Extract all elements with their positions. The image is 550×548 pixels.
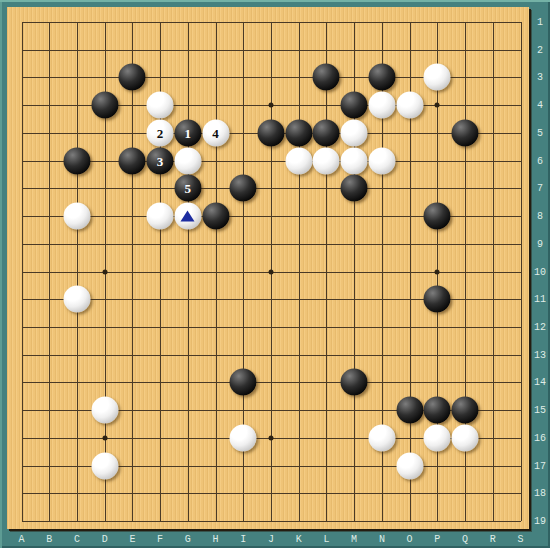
stone-black-P8[interactable] — [424, 203, 451, 230]
stone-white-N6[interactable] — [368, 147, 395, 174]
stone-black-P15[interactable] — [424, 397, 451, 424]
stone-white-F4[interactable] — [147, 92, 174, 119]
stone-white-N4[interactable] — [368, 92, 395, 119]
stone-black-F6[interactable]: 3 — [147, 147, 174, 174]
hoshi-point — [435, 103, 440, 108]
grid-line-horizontal — [22, 521, 521, 522]
stone-black-O15[interactable] — [396, 397, 423, 424]
grid-line-horizontal — [22, 327, 521, 328]
stone-black-I14[interactable] — [230, 369, 257, 396]
hoshi-point — [269, 269, 274, 274]
stone-black-M7[interactable] — [341, 175, 368, 202]
hoshi-point — [269, 103, 274, 108]
move-number-label: 2 — [157, 126, 164, 139]
stone-black-E6[interactable] — [119, 147, 146, 174]
grid-line-horizontal — [22, 493, 521, 494]
stone-white-G8[interactable] — [174, 203, 201, 230]
stone-black-L5[interactable] — [313, 119, 340, 146]
goban[interactable]: 21435 — [0, 0, 550, 548]
grid-line-vertical — [493, 22, 494, 521]
stone-black-Q15[interactable] — [452, 397, 479, 424]
stone-white-O17[interactable] — [396, 452, 423, 479]
stone-black-Q5[interactable] — [452, 119, 479, 146]
stone-white-D15[interactable] — [91, 397, 118, 424]
stone-white-L6[interactable] — [313, 147, 340, 174]
stone-black-J5[interactable] — [258, 119, 285, 146]
move-number-label: 5 — [185, 182, 192, 195]
stone-black-M4[interactable] — [341, 92, 368, 119]
stone-white-M6[interactable] — [341, 147, 368, 174]
go-board-window: 21435 ABCDEFGHIJKLMNOPQRS123456789101112… — [0, 0, 550, 548]
stone-black-E3[interactable] — [119, 64, 146, 91]
stone-white-I16[interactable] — [230, 424, 257, 451]
stone-white-K6[interactable] — [285, 147, 312, 174]
stone-white-O4[interactable] — [396, 92, 423, 119]
stone-white-F8[interactable] — [147, 203, 174, 230]
stone-white-H5[interactable]: 4 — [202, 119, 229, 146]
stone-black-L3[interactable] — [313, 64, 340, 91]
hoshi-point — [102, 435, 107, 440]
stone-black-N3[interactable] — [368, 64, 395, 91]
stone-black-C6[interactable] — [63, 147, 90, 174]
move-number-label: 4 — [212, 126, 219, 139]
stone-white-D17[interactable] — [91, 452, 118, 479]
stone-black-I7[interactable] — [230, 175, 257, 202]
grid-line-horizontal — [22, 355, 521, 356]
stone-white-F5[interactable]: 2 — [147, 119, 174, 146]
move-number-label: 1 — [185, 126, 192, 139]
hoshi-point — [102, 269, 107, 274]
stone-black-M14[interactable] — [341, 369, 368, 396]
hoshi-point — [269, 435, 274, 440]
grid-line-vertical — [326, 22, 327, 521]
triangle-marker-icon — [181, 210, 195, 221]
move-number-label: 3 — [157, 154, 164, 167]
stone-white-C11[interactable] — [63, 286, 90, 313]
stone-black-D4[interactable] — [91, 92, 118, 119]
stone-white-P16[interactable] — [424, 424, 451, 451]
stone-white-M5[interactable] — [341, 119, 368, 146]
stone-black-G7[interactable]: 5 — [174, 175, 201, 202]
stone-black-H8[interactable] — [202, 203, 229, 230]
stone-white-P3[interactable] — [424, 64, 451, 91]
grid-line-vertical — [299, 22, 300, 521]
stone-white-Q16[interactable] — [452, 424, 479, 451]
stone-white-G6[interactable] — [174, 147, 201, 174]
stone-white-N16[interactable] — [368, 424, 395, 451]
stone-black-G5[interactable]: 1 — [174, 119, 201, 146]
grid-line-vertical — [521, 22, 522, 521]
grid-line-horizontal — [22, 382, 521, 383]
stone-black-P11[interactable] — [424, 286, 451, 313]
hoshi-point — [435, 269, 440, 274]
stone-white-C8[interactable] — [63, 203, 90, 230]
stone-black-K5[interactable] — [285, 119, 312, 146]
